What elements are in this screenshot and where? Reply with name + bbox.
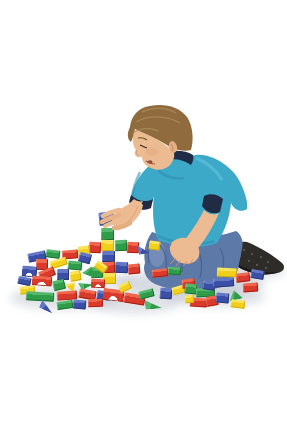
yellow-rectangle-block (217, 267, 237, 277)
blue-rectangle-block (213, 277, 235, 287)
green-cube-block (52, 279, 66, 292)
green-cube-block (115, 240, 128, 252)
red-arch-block (91, 279, 105, 289)
green-rectangle-block (138, 288, 154, 299)
yellow-rectangle-block (118, 281, 132, 293)
red-rectangle-block (88, 299, 103, 308)
green-rectangle-block (57, 300, 74, 310)
yellow-rectangle-block (231, 299, 246, 309)
yellow-cube-block (101, 240, 114, 251)
green-wedge-block (145, 298, 163, 309)
green-rectangle-block (168, 267, 182, 276)
red-rectangle-block (152, 268, 169, 278)
blue-rectangle-block (73, 299, 87, 309)
red-cube-block (127, 242, 140, 254)
green-rectangle-block (68, 260, 83, 270)
red-rectangle-block (236, 272, 251, 283)
red-cube-block (89, 242, 102, 254)
green-cube-block (101, 228, 114, 240)
blue-rectangle-block (250, 269, 264, 280)
red-cube-block (128, 263, 141, 274)
blocks-layer (0, 0, 287, 430)
red-rectangle-block (243, 282, 259, 292)
green-rectangle-block (46, 249, 61, 259)
green-rectangle-block (26, 291, 54, 301)
blue-cube-block (102, 251, 115, 262)
blue-cube-block (98, 211, 114, 225)
yellow-rectangle-block (148, 240, 160, 250)
yellow-cube-block (69, 270, 82, 282)
blue-wedge-block (39, 299, 56, 313)
red-arch-block (32, 275, 53, 286)
yellow-rectangle-block (185, 295, 195, 304)
product-photo (0, 0, 287, 430)
blue-cube-block (115, 262, 128, 273)
blue-cube-block (160, 288, 173, 300)
blue-cube-block (216, 292, 230, 303)
